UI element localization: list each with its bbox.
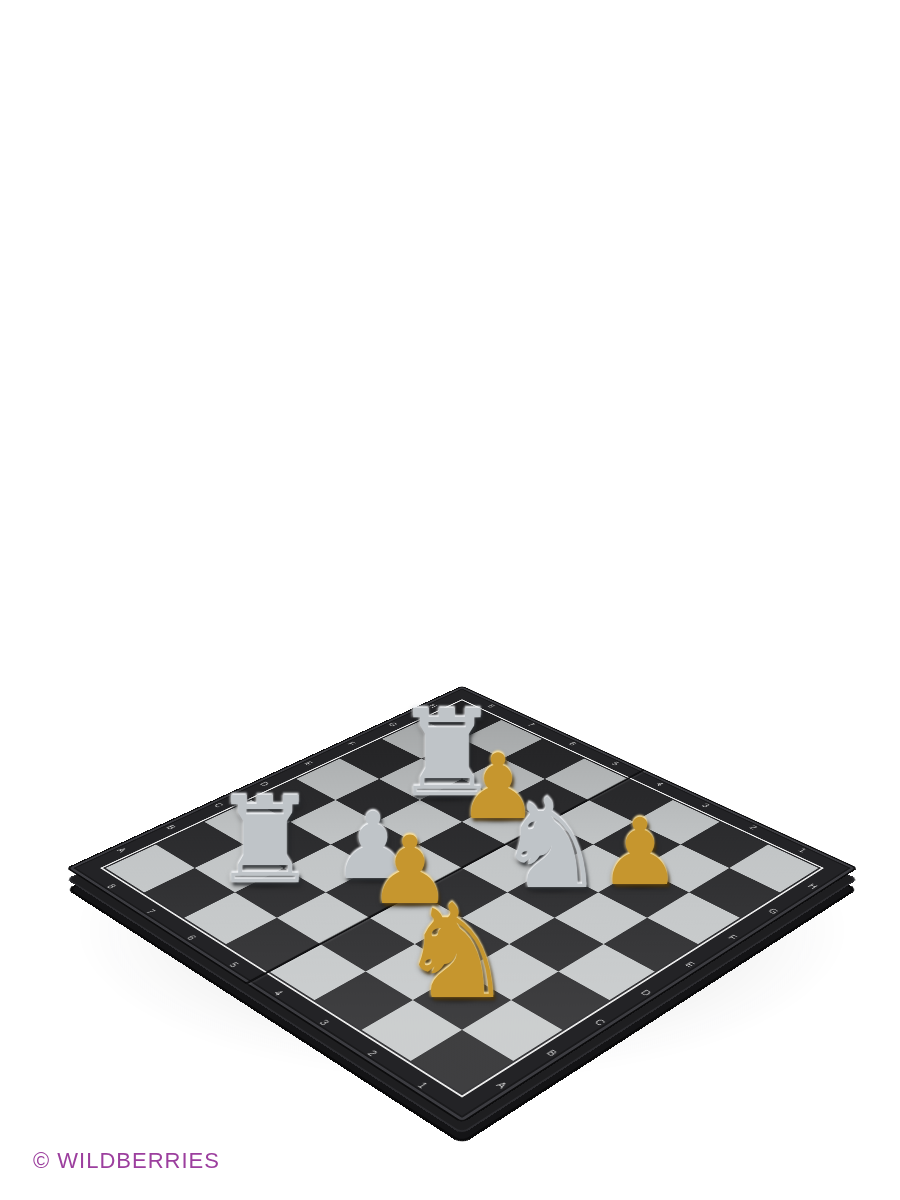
gold-knight-b2: ♞: [398, 887, 515, 1017]
pieces-layer: ♜♟♟♜♟♞♟♞: [0, 0, 900, 1200]
watermark: © WILDBERRIES: [33, 1148, 220, 1174]
gold-pawn-f2: ♟: [599, 807, 681, 899]
product-photo: 87654321 87654321 ABCDEFGH ABCDEFGH ♜♟♟♜…: [0, 0, 900, 1200]
silver-rook-b6: ♜: [211, 781, 319, 901]
watermark-text: © WILDBERRIES: [33, 1148, 220, 1173]
